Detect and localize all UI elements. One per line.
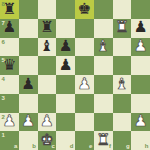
square-b6[interactable] — [19, 38, 38, 57]
square-b3[interactable] — [19, 94, 38, 113]
square-d3[interactable] — [56, 94, 75, 113]
square-e3[interactable] — [75, 94, 94, 113]
rank-label-4: 4 — [2, 76, 5, 82]
square-c7[interactable]: ♜ — [38, 19, 57, 38]
chess-board: ♜8♚♟7♜♜♟6♝♟♝♟♛5♟4♟♟♝3♟2♟♟♟1ab♚cde♜fgh — [0, 0, 150, 150]
piece-white-pawn[interactable]: ♟ — [21, 114, 35, 130]
square-e1[interactable]: e — [75, 131, 94, 150]
piece-white-bishop[interactable]: ♝ — [115, 76, 129, 92]
square-c4[interactable] — [38, 75, 57, 94]
file-label-c: c — [51, 143, 54, 149]
piece-white-rook[interactable]: ♜ — [115, 20, 129, 36]
piece-black-bishop[interactable]: ♝ — [40, 39, 54, 55]
square-g1[interactable]: g — [113, 131, 132, 150]
rank-label-8: 8 — [2, 1, 5, 7]
piece-black-pawn[interactable]: ♟ — [21, 76, 35, 92]
square-a7[interactable]: ♟7 — [0, 19, 19, 38]
piece-black-pawn[interactable]: ♟ — [134, 20, 148, 36]
rank-label-1: 1 — [2, 132, 5, 138]
square-b5[interactable] — [19, 56, 38, 75]
square-d4[interactable] — [56, 75, 75, 94]
square-c3[interactable] — [38, 94, 57, 113]
file-label-h: h — [145, 143, 149, 149]
square-g5[interactable] — [113, 56, 132, 75]
square-a3[interactable]: 3 — [0, 94, 19, 113]
rank-label-2: 2 — [2, 114, 5, 120]
file-label-e: e — [89, 143, 92, 149]
piece-white-pawn[interactable]: ♟ — [134, 114, 148, 130]
square-g7[interactable]: ♜ — [113, 19, 132, 38]
piece-white-pawn[interactable]: ♟ — [40, 114, 54, 130]
square-d2[interactable] — [56, 113, 75, 132]
file-label-g: g — [126, 143, 130, 149]
square-a4[interactable]: 4 — [0, 75, 19, 94]
square-b8[interactable] — [19, 0, 38, 19]
file-label-f: f — [109, 143, 111, 149]
square-b1[interactable]: b — [19, 131, 38, 150]
square-a6[interactable]: 6 — [0, 38, 19, 57]
square-h2[interactable]: ♟ — [131, 113, 150, 132]
rank-label-6: 6 — [2, 39, 5, 45]
piece-white-bishop[interactable]: ♝ — [96, 39, 110, 55]
piece-black-pawn[interactable]: ♟ — [59, 57, 73, 73]
piece-black-king[interactable]: ♚ — [77, 1, 91, 17]
square-h7[interactable]: ♟ — [131, 19, 150, 38]
rank-label-7: 7 — [2, 20, 5, 26]
square-g2[interactable] — [113, 113, 132, 132]
square-e5[interactable] — [75, 56, 94, 75]
file-label-b: b — [32, 143, 36, 149]
square-h1[interactable]: h — [131, 131, 150, 150]
square-e8[interactable]: ♚ — [75, 0, 94, 19]
square-d1[interactable]: d — [56, 131, 75, 150]
square-e6[interactable] — [75, 38, 94, 57]
square-f5[interactable] — [94, 56, 113, 75]
square-h4[interactable] — [131, 75, 150, 94]
rank-label-5: 5 — [2, 57, 5, 63]
square-d6[interactable]: ♟ — [56, 38, 75, 57]
square-h5[interactable] — [131, 56, 150, 75]
piece-white-rook[interactable]: ♜ — [96, 132, 110, 148]
square-b7[interactable] — [19, 19, 38, 38]
square-c5[interactable] — [38, 56, 57, 75]
square-f2[interactable] — [94, 113, 113, 132]
square-c2[interactable]: ♟ — [38, 113, 57, 132]
square-f6[interactable]: ♝ — [94, 38, 113, 57]
square-f7[interactable] — [94, 19, 113, 38]
square-a1[interactable]: 1a — [0, 131, 19, 150]
square-b4[interactable]: ♟ — [19, 75, 38, 94]
square-h3[interactable] — [131, 94, 150, 113]
square-f8[interactable] — [94, 0, 113, 19]
square-g4[interactable]: ♝ — [113, 75, 132, 94]
square-h8[interactable] — [131, 0, 150, 19]
square-d5[interactable]: ♟ — [56, 56, 75, 75]
square-a8[interactable]: ♜8 — [0, 0, 19, 19]
square-g8[interactable] — [113, 0, 132, 19]
rank-label-3: 3 — [2, 95, 5, 101]
square-c8[interactable] — [38, 0, 57, 19]
square-e7[interactable] — [75, 19, 94, 38]
file-label-d: d — [70, 143, 74, 149]
piece-black-pawn[interactable]: ♟ — [59, 39, 73, 55]
square-g3[interactable] — [113, 94, 132, 113]
square-f4[interactable] — [94, 75, 113, 94]
square-c1[interactable]: ♚c — [38, 131, 57, 150]
square-b2[interactable]: ♟ — [19, 113, 38, 132]
piece-white-pawn[interactable]: ♟ — [77, 76, 91, 92]
square-c6[interactable]: ♝ — [38, 38, 57, 57]
file-label-a: a — [14, 143, 17, 149]
square-d7[interactable] — [56, 19, 75, 38]
square-g6[interactable] — [113, 38, 132, 57]
square-f1[interactable]: ♜f — [94, 131, 113, 150]
piece-white-pawn[interactable]: ♟ — [134, 39, 148, 55]
piece-black-rook[interactable]: ♜ — [40, 20, 54, 36]
chess-app: ♜8♚♟7♜♜♟6♝♟♝♟♛5♟4♟♟♝3♟2♟♟♟1ab♚cde♜fgh — [0, 0, 150, 150]
square-e4[interactable]: ♟ — [75, 75, 94, 94]
square-h6[interactable]: ♟ — [131, 38, 150, 57]
square-a2[interactable]: ♟2 — [0, 113, 19, 132]
square-e2[interactable] — [75, 113, 94, 132]
square-f3[interactable] — [94, 94, 113, 113]
square-d8[interactable] — [56, 0, 75, 19]
square-a5[interactable]: ♛5 — [0, 56, 19, 75]
